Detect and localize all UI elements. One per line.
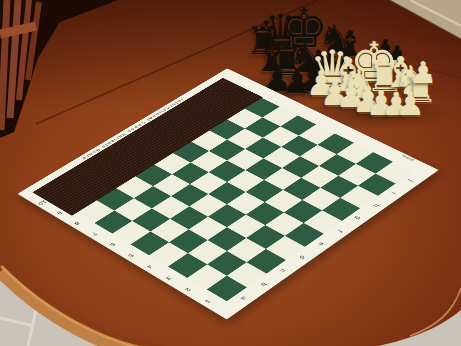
- piece-white-pawn[interactable]: ♟: [396, 88, 425, 120]
- piece-white-pawn[interactable]: ♟: [410, 58, 437, 88]
- photo-scene: ♜♛♚♞♝♝♜♞♟♟♟♟♟♟♟♟♛♝♚♞♜♝♞♜♟♟♟♟♟♟♟♟ Interna…: [0, 0, 461, 346]
